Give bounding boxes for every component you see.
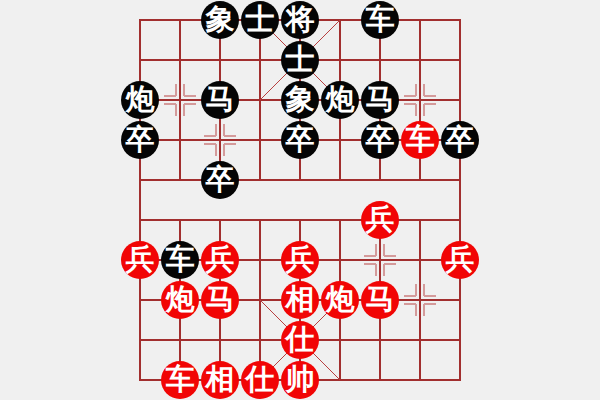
piece-red-soldier[interactable]: 兵 <box>441 241 479 279</box>
piece-red-elephant[interactable]: 相 <box>201 361 239 399</box>
piece-black-cannon[interactable]: 炮 <box>121 81 159 119</box>
xiangqi-app: 象士将车士炮马象炮马卒卒卒车卒卒兵兵车兵兵兵炮马相炮马仕车相仕帅 <box>0 0 600 400</box>
piece-black-chariot[interactable]: 车 <box>161 241 199 279</box>
piece-black-advisor[interactable]: 士 <box>241 1 279 39</box>
piece-black-chariot[interactable]: 车 <box>361 1 399 39</box>
piece-black-soldier[interactable]: 卒 <box>121 121 159 159</box>
piece-black-cannon[interactable]: 炮 <box>321 81 359 119</box>
piece-red-general[interactable]: 帅 <box>281 361 319 399</box>
piece-black-soldier[interactable]: 卒 <box>201 161 239 199</box>
piece-red-chariot[interactable]: 车 <box>161 361 199 399</box>
piece-black-elephant[interactable]: 象 <box>281 81 319 119</box>
piece-black-horse[interactable]: 马 <box>361 81 399 119</box>
piece-red-soldier[interactable]: 兵 <box>281 241 319 279</box>
xiangqi-board[interactable]: 象士将车士炮马象炮马卒卒卒车卒卒兵兵车兵兵兵炮马相炮马仕车相仕帅 <box>120 0 480 400</box>
piece-black-horse[interactable]: 马 <box>201 81 239 119</box>
piece-red-soldier[interactable]: 兵 <box>201 241 239 279</box>
piece-red-cannon[interactable]: 炮 <box>161 281 199 319</box>
piece-red-advisor[interactable]: 仕 <box>241 361 279 399</box>
piece-black-soldier[interactable]: 卒 <box>441 121 479 159</box>
piece-red-elephant[interactable]: 相 <box>281 281 319 319</box>
piece-red-horse[interactable]: 马 <box>201 281 239 319</box>
piece-black-general[interactable]: 将 <box>281 1 319 39</box>
piece-red-soldier[interactable]: 兵 <box>361 201 399 239</box>
piece-black-soldier[interactable]: 卒 <box>281 121 319 159</box>
piece-red-advisor[interactable]: 仕 <box>281 321 319 359</box>
piece-black-advisor[interactable]: 士 <box>281 41 319 79</box>
piece-red-horse[interactable]: 马 <box>361 281 399 319</box>
piece-red-cannon[interactable]: 炮 <box>321 281 359 319</box>
piece-red-chariot[interactable]: 车 <box>401 121 439 159</box>
piece-red-soldier[interactable]: 兵 <box>121 241 159 279</box>
piece-black-elephant[interactable]: 象 <box>201 1 239 39</box>
piece-black-soldier[interactable]: 卒 <box>361 121 399 159</box>
